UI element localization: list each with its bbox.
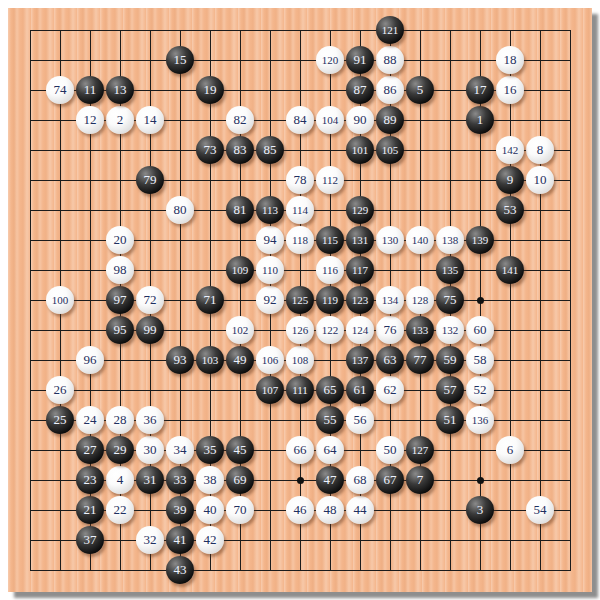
move-number: 30	[144, 436, 157, 464]
stone-white-122: 122	[316, 316, 344, 344]
move-number: 45	[234, 436, 247, 464]
stone-black-37: 37	[76, 526, 104, 554]
move-number: 134	[382, 286, 399, 314]
move-number: 47	[324, 466, 337, 494]
stone-black-109: 109	[226, 256, 254, 284]
move-number: 125	[292, 286, 309, 314]
stone-black-7: 7	[406, 466, 434, 494]
stone-black-45: 45	[226, 436, 254, 464]
move-number: 42	[204, 526, 217, 554]
stone-black-55: 55	[316, 406, 344, 434]
move-number: 100	[52, 286, 69, 314]
move-number: 52	[474, 376, 487, 404]
stone-black-57: 57	[436, 376, 464, 404]
move-number: 82	[234, 106, 247, 134]
stone-white-44: 44	[346, 496, 374, 524]
move-number: 40	[204, 496, 217, 524]
move-number: 73	[204, 136, 217, 164]
stone-white-20: 20	[106, 226, 134, 254]
move-number: 62	[384, 376, 397, 404]
move-number: 104	[322, 106, 339, 134]
move-number: 46	[294, 496, 307, 524]
star-point	[297, 477, 304, 484]
stone-white-72: 72	[136, 286, 164, 314]
move-number: 87	[354, 76, 367, 104]
move-number: 59	[444, 346, 457, 374]
stone-black-49: 49	[226, 346, 254, 374]
move-number: 70	[234, 496, 247, 524]
move-number: 38	[204, 466, 217, 494]
move-number: 110	[262, 256, 278, 284]
stone-white-80: 80	[166, 196, 194, 224]
stone-black-5: 5	[406, 76, 434, 104]
stone-black-135: 135	[436, 256, 464, 284]
stone-black-139: 139	[466, 226, 494, 254]
stone-white-114: 114	[286, 196, 314, 224]
move-number: 7	[417, 466, 424, 494]
move-number: 130	[382, 226, 399, 254]
move-number: 14	[144, 106, 157, 134]
stone-black-33: 33	[166, 466, 194, 494]
move-number: 25	[54, 406, 67, 434]
stone-black-61: 61	[346, 376, 374, 404]
move-number: 95	[114, 316, 127, 344]
move-number: 58	[474, 346, 487, 374]
stone-black-93: 93	[166, 346, 194, 374]
move-number: 6	[507, 436, 514, 464]
move-number: 50	[384, 436, 397, 464]
move-number: 37	[84, 526, 97, 554]
stone-white-88: 88	[376, 46, 404, 74]
move-number: 78	[294, 166, 307, 194]
move-number: 2	[117, 106, 124, 134]
stone-white-90: 90	[346, 106, 374, 134]
stone-white-76: 76	[376, 316, 404, 344]
stone-white-112: 112	[316, 166, 344, 194]
move-number: 76	[384, 316, 397, 344]
move-number: 16	[504, 76, 517, 104]
stone-white-46: 46	[286, 496, 314, 524]
grid-line-horizontal	[30, 570, 571, 571]
stone-white-118: 118	[286, 226, 314, 254]
stone-black-51: 51	[436, 406, 464, 434]
move-number: 137	[352, 346, 369, 374]
move-number: 97	[114, 286, 127, 314]
stone-black-13: 13	[106, 76, 134, 104]
stone-black-71: 71	[196, 286, 224, 314]
stone-white-100: 100	[46, 286, 74, 314]
grid-line-horizontal	[30, 540, 571, 541]
move-number: 111	[292, 376, 308, 404]
move-number: 122	[322, 316, 339, 344]
stone-black-31: 31	[136, 466, 164, 494]
move-number: 102	[232, 316, 249, 344]
move-number: 75	[444, 286, 457, 314]
stone-black-117: 117	[346, 256, 374, 284]
move-number: 99	[144, 316, 157, 344]
move-number: 64	[324, 436, 337, 464]
stone-black-107: 107	[256, 376, 284, 404]
move-number: 105	[382, 136, 399, 164]
move-number: 43	[174, 556, 187, 584]
grid-line-vertical	[570, 30, 571, 571]
move-number: 77	[414, 346, 427, 374]
move-number: 65	[324, 376, 337, 404]
stone-black-21: 21	[76, 496, 104, 524]
stone-black-23: 23	[76, 466, 104, 494]
move-number: 83	[234, 136, 247, 164]
move-number: 41	[174, 526, 187, 554]
move-number: 142	[502, 136, 519, 164]
move-number: 36	[144, 406, 157, 434]
move-number: 109	[232, 256, 249, 284]
stone-white-66: 66	[286, 436, 314, 464]
stone-white-24: 24	[76, 406, 104, 434]
move-number: 79	[144, 166, 157, 194]
stone-black-15: 15	[166, 46, 194, 74]
move-number: 117	[352, 256, 368, 284]
move-number: 98	[114, 256, 127, 284]
move-number: 23	[84, 466, 97, 494]
stone-white-10: 10	[526, 166, 554, 194]
move-number: 133	[412, 316, 429, 344]
stone-white-126: 126	[286, 316, 314, 344]
move-number: 132	[442, 316, 459, 344]
move-number: 24	[84, 406, 97, 434]
move-number: 140	[412, 226, 429, 254]
stone-white-68: 68	[346, 466, 374, 494]
stone-white-36: 36	[136, 406, 164, 434]
move-number: 60	[474, 316, 487, 344]
move-number: 3	[477, 496, 484, 524]
stone-black-47: 47	[316, 466, 344, 494]
stone-black-73: 73	[196, 136, 224, 164]
stone-black-87: 87	[346, 76, 374, 104]
stone-white-120: 120	[316, 46, 344, 74]
move-number: 67	[384, 466, 397, 494]
stone-black-125: 125	[286, 286, 314, 314]
go-board[interactable]: 1234567891011121314151617181920212223242…	[8, 8, 592, 592]
stone-white-96: 96	[76, 346, 104, 374]
move-number: 88	[384, 46, 397, 74]
move-number: 128	[412, 286, 429, 314]
move-number: 39	[174, 496, 187, 524]
stone-black-53: 53	[496, 196, 524, 224]
stone-white-74: 74	[46, 76, 74, 104]
move-number: 15	[174, 46, 187, 74]
stone-black-19: 19	[196, 76, 224, 104]
move-number: 26	[54, 376, 67, 404]
move-number: 31	[144, 466, 157, 494]
stone-white-110: 110	[256, 256, 284, 284]
move-number: 9	[507, 166, 514, 194]
stone-white-70: 70	[226, 496, 254, 524]
stone-white-54: 54	[526, 496, 554, 524]
stone-black-25: 25	[46, 406, 74, 434]
stone-black-133: 133	[406, 316, 434, 344]
move-number: 27	[84, 436, 97, 464]
move-number: 61	[354, 376, 367, 404]
stone-black-137: 137	[346, 346, 374, 374]
move-number: 17	[474, 76, 487, 104]
move-number: 35	[204, 436, 217, 464]
stone-white-60: 60	[466, 316, 494, 344]
move-number: 123	[352, 286, 369, 314]
stone-black-105: 105	[376, 136, 404, 164]
move-number: 8	[537, 136, 544, 164]
stone-black-89: 89	[376, 106, 404, 134]
stone-white-30: 30	[136, 436, 164, 464]
move-number: 138	[442, 226, 459, 254]
stone-white-2: 2	[106, 106, 134, 134]
stone-white-106: 106	[256, 346, 284, 374]
grid-line-vertical	[540, 30, 541, 571]
stone-black-67: 67	[376, 466, 404, 494]
stone-white-28: 28	[106, 406, 134, 434]
stone-black-9: 9	[496, 166, 524, 194]
stone-white-18: 18	[496, 46, 524, 74]
move-number: 11	[84, 76, 97, 104]
move-number: 107	[262, 376, 279, 404]
stone-black-85: 85	[256, 136, 284, 164]
stone-white-8: 8	[526, 136, 554, 164]
stone-white-84: 84	[286, 106, 314, 134]
move-number: 112	[322, 166, 338, 194]
move-number: 91	[354, 46, 367, 74]
stone-black-1: 1	[466, 106, 494, 134]
stone-white-98: 98	[106, 256, 134, 284]
move-number: 21	[84, 496, 97, 524]
move-number: 56	[354, 406, 367, 434]
move-number: 4	[117, 466, 124, 494]
move-number: 5	[417, 76, 424, 104]
stone-black-27: 27	[76, 436, 104, 464]
stone-black-111: 111	[286, 376, 314, 404]
stone-black-79: 79	[136, 166, 164, 194]
move-number: 136	[472, 406, 489, 434]
stone-white-50: 50	[376, 436, 404, 464]
stone-white-4: 4	[106, 466, 134, 494]
stone-white-26: 26	[46, 376, 74, 404]
stone-white-48: 48	[316, 496, 344, 524]
move-number: 10	[534, 166, 547, 194]
move-number: 71	[204, 286, 217, 314]
stone-white-38: 38	[196, 466, 224, 494]
move-number: 94	[264, 226, 277, 254]
stone-white-134: 134	[376, 286, 404, 314]
stone-white-32: 32	[136, 526, 164, 554]
stone-white-52: 52	[466, 376, 494, 404]
stone-black-11: 11	[76, 76, 104, 104]
stone-black-41: 41	[166, 526, 194, 554]
move-number: 119	[322, 286, 338, 314]
stone-black-77: 77	[406, 346, 434, 374]
stone-black-127: 127	[406, 436, 434, 464]
stone-black-101: 101	[346, 136, 374, 164]
move-number: 44	[354, 496, 367, 524]
move-number: 69	[234, 466, 247, 494]
star-point	[477, 477, 484, 484]
move-number: 93	[174, 346, 187, 374]
stone-black-35: 35	[196, 436, 224, 464]
stone-black-115: 115	[316, 226, 344, 254]
page: 1234567891011121314151617181920212223242…	[0, 0, 600, 600]
move-number: 131	[352, 226, 369, 254]
stone-black-99: 99	[136, 316, 164, 344]
stone-black-95: 95	[106, 316, 134, 344]
move-number: 19	[204, 76, 217, 104]
move-number: 106	[262, 346, 279, 374]
stone-white-92: 92	[256, 286, 284, 314]
stone-black-97: 97	[106, 286, 134, 314]
move-number: 121	[382, 16, 399, 44]
move-number: 13	[114, 76, 127, 104]
move-number: 92	[264, 286, 277, 314]
stone-black-39: 39	[166, 496, 194, 524]
stone-white-142: 142	[496, 136, 524, 164]
move-number: 90	[354, 106, 367, 134]
move-number: 20	[114, 226, 127, 254]
stone-white-130: 130	[376, 226, 404, 254]
stone-white-138: 138	[436, 226, 464, 254]
stone-black-121: 121	[376, 16, 404, 44]
stone-black-131: 131	[346, 226, 374, 254]
move-number: 74	[54, 76, 67, 104]
stone-white-56: 56	[346, 406, 374, 434]
move-number: 51	[444, 406, 457, 434]
stone-white-94: 94	[256, 226, 284, 254]
move-number: 29	[114, 436, 127, 464]
move-number: 115	[322, 226, 338, 254]
move-number: 80	[174, 196, 187, 224]
stone-white-34: 34	[166, 436, 194, 464]
move-number: 81	[234, 196, 247, 224]
stone-white-58: 58	[466, 346, 494, 374]
move-number: 141	[502, 256, 519, 284]
stone-white-104: 104	[316, 106, 344, 134]
move-number: 54	[534, 496, 547, 524]
move-number: 12	[84, 106, 97, 134]
stone-white-136: 136	[466, 406, 494, 434]
stone-white-14: 14	[136, 106, 164, 134]
stone-black-3: 3	[466, 496, 494, 524]
stone-black-75: 75	[436, 286, 464, 314]
stone-black-17: 17	[466, 76, 494, 104]
stone-black-43: 43	[166, 556, 194, 584]
move-number: 113	[262, 196, 278, 224]
stone-white-64: 64	[316, 436, 344, 464]
stone-white-62: 62	[376, 376, 404, 404]
move-number: 103	[202, 346, 219, 374]
stone-white-140: 140	[406, 226, 434, 254]
stone-black-59: 59	[436, 346, 464, 374]
move-number: 53	[504, 196, 517, 224]
move-number: 124	[352, 316, 369, 344]
move-number: 68	[354, 466, 367, 494]
move-number: 96	[84, 346, 97, 374]
stone-white-124: 124	[346, 316, 374, 344]
stone-black-81: 81	[226, 196, 254, 224]
move-number: 127	[412, 436, 429, 464]
move-number: 28	[114, 406, 127, 434]
stone-white-86: 86	[376, 76, 404, 104]
grid-line-vertical	[510, 30, 511, 571]
move-number: 18	[504, 46, 517, 74]
stone-white-108: 108	[286, 346, 314, 374]
move-number: 89	[384, 106, 397, 134]
stone-white-16: 16	[496, 76, 524, 104]
move-number: 66	[294, 436, 307, 464]
move-number: 116	[322, 256, 338, 284]
move-number: 55	[324, 406, 337, 434]
move-number: 129	[352, 196, 369, 224]
stone-white-116: 116	[316, 256, 344, 284]
move-number: 126	[292, 316, 309, 344]
move-number: 86	[384, 76, 397, 104]
stone-white-40: 40	[196, 496, 224, 524]
move-number: 135	[442, 256, 459, 284]
stone-black-91: 91	[346, 46, 374, 74]
stone-white-12: 12	[76, 106, 104, 134]
move-number: 48	[324, 496, 337, 524]
stone-white-78: 78	[286, 166, 314, 194]
stone-black-63: 63	[376, 346, 404, 374]
move-number: 118	[292, 226, 308, 254]
stone-white-82: 82	[226, 106, 254, 134]
move-number: 108	[292, 346, 309, 374]
stone-black-69: 69	[226, 466, 254, 494]
stone-black-65: 65	[316, 376, 344, 404]
stone-white-6: 6	[496, 436, 524, 464]
move-number: 34	[174, 436, 187, 464]
stone-white-132: 132	[436, 316, 464, 344]
stone-black-113: 113	[256, 196, 284, 224]
stone-black-141: 141	[496, 256, 524, 284]
move-number: 49	[234, 346, 247, 374]
move-number: 101	[352, 136, 369, 164]
move-number: 32	[144, 526, 157, 554]
move-number: 22	[114, 496, 127, 524]
move-number: 63	[384, 346, 397, 374]
stone-white-22: 22	[106, 496, 134, 524]
stone-white-42: 42	[196, 526, 224, 554]
stone-white-102: 102	[226, 316, 254, 344]
move-number: 57	[444, 376, 457, 404]
star-point	[477, 297, 484, 304]
stone-black-103: 103	[196, 346, 224, 374]
stone-black-29: 29	[106, 436, 134, 464]
stone-white-128: 128	[406, 286, 434, 314]
stone-black-123: 123	[346, 286, 374, 314]
move-number: 84	[294, 106, 307, 134]
move-number: 139	[472, 226, 489, 254]
move-number: 72	[144, 286, 157, 314]
move-number: 33	[174, 466, 187, 494]
move-number: 85	[264, 136, 277, 164]
move-number: 114	[292, 196, 308, 224]
stone-black-83: 83	[226, 136, 254, 164]
move-number: 120	[322, 46, 339, 74]
stone-black-129: 129	[346, 196, 374, 224]
move-number: 1	[477, 106, 484, 134]
stone-black-119: 119	[316, 286, 344, 314]
